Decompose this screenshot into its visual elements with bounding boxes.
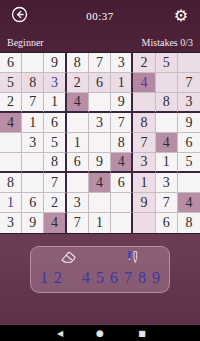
cell-r3c1[interactable]: 2 bbox=[0, 93, 22, 113]
pad-number-5[interactable]: 5 bbox=[93, 266, 107, 290]
cell-r2c8[interactable] bbox=[156, 73, 178, 93]
cell-r4c7[interactable]: 8 bbox=[133, 113, 155, 133]
cell-r2c5[interactable]: 6 bbox=[89, 73, 111, 93]
cell-r4c9[interactable]: 9 bbox=[178, 113, 200, 133]
cell-r4c5[interactable]: 3 bbox=[89, 113, 111, 133]
pad-number-6[interactable]: 6 bbox=[107, 266, 121, 290]
cell-r4c6[interactable]: 7 bbox=[111, 113, 133, 133]
cell-r9c5[interactable]: 1 bbox=[89, 213, 111, 233]
cell-r3c3[interactable]: 1 bbox=[44, 93, 66, 113]
pad-number-8[interactable]: 8 bbox=[135, 266, 149, 290]
cell-r6c2[interactable] bbox=[22, 153, 44, 173]
cell-r5c2[interactable]: 3 bbox=[22, 133, 44, 153]
game-timer: 00:37 bbox=[0, 10, 200, 22]
cell-r2c4[interactable]: 2 bbox=[67, 73, 89, 93]
number-pad-panel: 12456789 bbox=[30, 246, 170, 293]
cell-r1c1[interactable]: 6 bbox=[0, 53, 22, 73]
cell-r3c5[interactable] bbox=[89, 93, 111, 113]
cell-r9c9[interactable]: 8 bbox=[178, 213, 200, 233]
cell-r6c9[interactable]: 5 bbox=[178, 153, 200, 173]
cell-r9c8[interactable]: 6 bbox=[156, 213, 178, 233]
nav-recents-button[interactable]: ■ bbox=[134, 325, 150, 341]
cell-r2c2[interactable]: 8 bbox=[22, 73, 44, 93]
cell-r4c8[interactable] bbox=[156, 113, 178, 133]
cell-r8c1[interactable]: 1 bbox=[0, 193, 22, 213]
cell-r8c4[interactable]: 3 bbox=[67, 193, 89, 213]
cell-r1c3[interactable]: 9 bbox=[44, 53, 66, 73]
sudoku-grid: 6987325583261472714983416378935187468694… bbox=[0, 52, 200, 234]
cell-r2c6[interactable]: 1 bbox=[111, 73, 133, 93]
cell-r9c1[interactable]: 3 bbox=[0, 213, 22, 233]
cell-r5c9[interactable]: 6 bbox=[178, 133, 200, 153]
back-icon bbox=[11, 6, 28, 27]
cell-r6c4[interactable]: 6 bbox=[67, 153, 89, 173]
eraser-icon bbox=[59, 250, 79, 268]
cell-r1c9[interactable] bbox=[178, 53, 200, 73]
notes-button[interactable] bbox=[123, 250, 141, 268]
cell-r1c8[interactable]: 5 bbox=[156, 53, 178, 73]
cell-r7c1[interactable]: 8 bbox=[0, 173, 22, 193]
cell-r7c6[interactable]: 6 bbox=[111, 173, 133, 193]
cell-r8c5[interactable] bbox=[89, 193, 111, 213]
cell-r8c3[interactable]: 2 bbox=[44, 193, 66, 213]
cell-r3c8[interactable]: 8 bbox=[156, 93, 178, 113]
cell-r1c5[interactable]: 7 bbox=[89, 53, 111, 73]
cell-r5c1[interactable] bbox=[0, 133, 22, 153]
cell-r6c3[interactable]: 8 bbox=[44, 153, 66, 173]
cell-r8c2[interactable]: 6 bbox=[22, 193, 44, 213]
cell-r2c3[interactable]: 3 bbox=[44, 73, 66, 93]
back-button[interactable] bbox=[10, 7, 28, 25]
cell-r7c8[interactable]: 3 bbox=[156, 173, 178, 193]
top-bar: 00:37 ⚙ bbox=[0, 0, 200, 32]
cell-r9c2[interactable]: 9 bbox=[22, 213, 44, 233]
android-nav-bar: ◀ ● ■ bbox=[0, 325, 200, 341]
cell-r7c2[interactable] bbox=[22, 173, 44, 193]
cell-r1c6[interactable]: 3 bbox=[111, 53, 133, 73]
cell-r8c6[interactable] bbox=[111, 193, 133, 213]
cell-r4c1[interactable]: 4 bbox=[0, 113, 22, 133]
cell-r5c3[interactable]: 5 bbox=[44, 133, 66, 153]
mistakes-label: Mistakes 0/3 bbox=[142, 37, 193, 48]
cell-r3c4[interactable]: 4 bbox=[67, 93, 89, 113]
cell-r4c2[interactable]: 1 bbox=[22, 113, 44, 133]
cell-r1c7[interactable]: 2 bbox=[133, 53, 155, 73]
cell-r6c7[interactable]: 3 bbox=[133, 153, 155, 173]
cell-r8c8[interactable]: 7 bbox=[156, 193, 178, 213]
info-bar: Beginner Mistakes 0/3 bbox=[0, 32, 200, 52]
cell-r7c4[interactable] bbox=[67, 173, 89, 193]
cell-r9c7[interactable] bbox=[133, 213, 155, 233]
cell-r3c2[interactable]: 7 bbox=[22, 93, 44, 113]
cell-r5c5[interactable] bbox=[89, 133, 111, 153]
cell-r6c8[interactable]: 1 bbox=[156, 153, 178, 173]
cell-r9c4[interactable]: 7 bbox=[67, 213, 89, 233]
pad-number-2[interactable]: 2 bbox=[51, 266, 65, 290]
cell-r7c5[interactable]: 4 bbox=[89, 173, 111, 193]
tool-row bbox=[37, 251, 163, 266]
cell-r7c9[interactable] bbox=[178, 173, 200, 193]
sudoku-app: 00:37 ⚙ Beginner Mistakes 0/3 6987325583… bbox=[0, 0, 200, 341]
number-pad: 12456789 bbox=[37, 266, 163, 290]
cell-r5c4[interactable]: 1 bbox=[67, 133, 89, 153]
pad-number-4[interactable]: 4 bbox=[79, 266, 93, 290]
cell-r9c3[interactable]: 4 bbox=[44, 213, 66, 233]
cell-r3c6[interactable]: 9 bbox=[111, 93, 133, 113]
cell-r6c5[interactable]: 9 bbox=[89, 153, 111, 173]
cell-r1c4[interactable]: 8 bbox=[67, 53, 89, 73]
nav-back-button[interactable]: ◀ bbox=[52, 325, 68, 341]
cell-r6c1[interactable] bbox=[0, 153, 22, 173]
cell-r1c2[interactable] bbox=[22, 53, 44, 73]
cell-r9c6[interactable] bbox=[111, 213, 133, 233]
cell-r3c7[interactable] bbox=[133, 93, 155, 113]
cell-r5c6[interactable]: 8 bbox=[111, 133, 133, 153]
cell-r5c7[interactable]: 7 bbox=[133, 133, 155, 153]
cell-r6c6[interactable]: 4 bbox=[111, 153, 133, 173]
cell-r4c4[interactable] bbox=[67, 113, 89, 133]
cell-r4c3[interactable]: 6 bbox=[44, 113, 66, 133]
cell-r7c7[interactable]: 1 bbox=[133, 173, 155, 193]
cell-r2c1[interactable]: 5 bbox=[0, 73, 22, 93]
difficulty-label: Beginner bbox=[7, 37, 44, 48]
cell-r2c9[interactable]: 7 bbox=[178, 73, 200, 93]
cell-r5c8[interactable]: 4 bbox=[156, 133, 178, 153]
pad-number-7[interactable]: 7 bbox=[121, 266, 135, 290]
cell-r8c7[interactable]: 9 bbox=[133, 193, 155, 213]
cell-r3c9[interactable]: 3 bbox=[178, 93, 200, 113]
nav-home-button[interactable]: ● bbox=[92, 325, 108, 341]
cell-r2c7[interactable]: 4 bbox=[133, 73, 155, 93]
gear-icon: ⚙ bbox=[174, 8, 188, 24]
settings-button[interactable]: ⚙ bbox=[172, 7, 190, 25]
cell-r7c3[interactable]: 7 bbox=[44, 173, 66, 193]
pad-number-9[interactable]: 9 bbox=[149, 266, 163, 290]
pad-number-1[interactable]: 1 bbox=[37, 266, 51, 290]
notes-pen-icon bbox=[123, 250, 141, 268]
eraser-button[interactable] bbox=[59, 250, 79, 268]
cell-r8c9[interactable]: 4 bbox=[178, 193, 200, 213]
